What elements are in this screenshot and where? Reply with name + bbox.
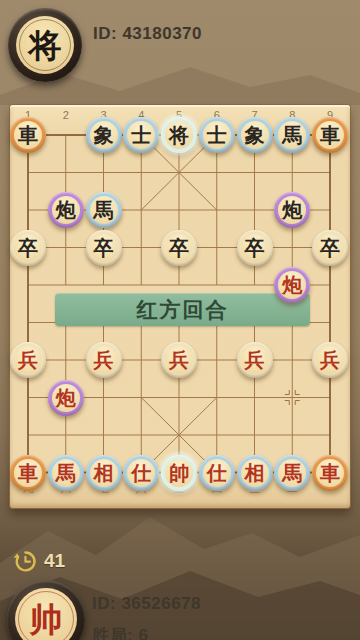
piece-face: 炮 bbox=[52, 196, 80, 224]
piece-face: 兵 bbox=[165, 346, 193, 374]
piece-black-elephant[interactable]: 象 bbox=[86, 117, 122, 153]
piece-red-elephant[interactable]: 相 bbox=[86, 455, 122, 491]
piece-face: 仕 bbox=[203, 459, 231, 487]
piece-face: 炮 bbox=[278, 196, 306, 224]
piece-face: 炮 bbox=[278, 271, 306, 299]
piece-face: 将 bbox=[165, 121, 193, 149]
piece-face: 士 bbox=[203, 121, 231, 149]
piece-black-pawn[interactable]: 卒 bbox=[86, 230, 122, 266]
piece-black-rook[interactable]: 車 bbox=[10, 117, 46, 153]
piece-face: 卒 bbox=[316, 234, 344, 262]
turn-banner: 红方回合 bbox=[55, 293, 310, 326]
piece-red-general[interactable]: 帥 bbox=[161, 455, 197, 491]
piece-face: 士 bbox=[127, 121, 155, 149]
piece-glyph: 馬 bbox=[282, 463, 302, 483]
piece-face: 車 bbox=[14, 459, 42, 487]
piece-black-advisor[interactable]: 士 bbox=[123, 117, 159, 153]
piece-face: 象 bbox=[241, 121, 269, 149]
piece-glyph: 車 bbox=[320, 125, 340, 145]
piece-black-advisor[interactable]: 士 bbox=[199, 117, 235, 153]
piece-red-pawn[interactable]: 兵 bbox=[10, 342, 46, 378]
piece-glyph: 馬 bbox=[282, 125, 302, 145]
piece-glyph: 象 bbox=[245, 125, 265, 145]
player-wins: 胜局: 6 bbox=[92, 624, 148, 640]
piece-glyph: 馬 bbox=[56, 463, 76, 483]
piece-glyph: 兵 bbox=[18, 350, 38, 370]
piece-face: 車 bbox=[14, 121, 42, 149]
piece-glyph: 炮 bbox=[282, 200, 302, 220]
piece-glyph: 卒 bbox=[94, 238, 114, 258]
opponent-avatar[interactable]: 将 bbox=[8, 8, 82, 82]
piece-red-pawn[interactable]: 兵 bbox=[237, 342, 273, 378]
piece-glyph: 卒 bbox=[320, 238, 340, 258]
piece-glyph: 仕 bbox=[207, 463, 227, 483]
piece-face: 相 bbox=[90, 459, 118, 487]
piece-black-elephant[interactable]: 象 bbox=[237, 117, 273, 153]
piece-face: 相 bbox=[241, 459, 269, 487]
piece-face: 馬 bbox=[90, 196, 118, 224]
piece-red-horse[interactable]: 馬 bbox=[274, 455, 310, 491]
piece-face: 兵 bbox=[316, 346, 344, 374]
piece-red-elephant[interactable]: 相 bbox=[237, 455, 273, 491]
piece-glyph: 兵 bbox=[169, 350, 189, 370]
black-general-avatar-icon: 将 bbox=[16, 16, 74, 74]
piece-black-pawn[interactable]: 卒 bbox=[312, 230, 348, 266]
xiangqi-board[interactable]: 123456789 九八七六五四三二一 红方回合 車象士将士象馬車炮馬炮卒卒卒卒… bbox=[10, 105, 350, 508]
piece-face: 馬 bbox=[278, 459, 306, 487]
file-label-top: 2 bbox=[63, 109, 69, 121]
piece-red-rook[interactable]: 車 bbox=[312, 455, 348, 491]
piece-face: 卒 bbox=[90, 234, 118, 262]
game-screen: { "game": "xiangqi", "position": { "fen"… bbox=[0, 0, 360, 640]
piece-glyph: 卒 bbox=[169, 238, 189, 258]
opponent-id: ID: 43180370 bbox=[93, 24, 202, 44]
piece-glyph: 卒 bbox=[18, 238, 38, 258]
piece-face: 炮 bbox=[52, 384, 80, 412]
piece-face: 仕 bbox=[127, 459, 155, 487]
piece-glyph: 兵 bbox=[320, 350, 340, 370]
piece-glyph: 士 bbox=[207, 125, 227, 145]
avatar-glyph: 将 bbox=[29, 29, 62, 62]
piece-red-pawn[interactable]: 兵 bbox=[312, 342, 348, 378]
piece-face: 兵 bbox=[241, 346, 269, 374]
piece-face: 帥 bbox=[165, 459, 193, 487]
piece-red-cannon[interactable]: 炮 bbox=[48, 380, 84, 416]
piece-black-horse[interactable]: 馬 bbox=[86, 192, 122, 228]
piece-black-horse[interactable]: 馬 bbox=[274, 117, 310, 153]
piece-face: 兵 bbox=[14, 346, 42, 374]
piece-glyph: 車 bbox=[18, 463, 38, 483]
piece-face: 馬 bbox=[278, 121, 306, 149]
piece-red-pawn[interactable]: 兵 bbox=[161, 342, 197, 378]
piece-black-pawn[interactable]: 卒 bbox=[10, 230, 46, 266]
piece-face: 卒 bbox=[14, 234, 42, 262]
piece-black-cannon[interactable]: 炮 bbox=[48, 192, 84, 228]
piece-black-pawn[interactable]: 卒 bbox=[237, 230, 273, 266]
piece-glyph: 相 bbox=[245, 463, 265, 483]
avatar-glyph: 帅 bbox=[30, 603, 63, 636]
piece-face: 馬 bbox=[52, 459, 80, 487]
piece-face: 車 bbox=[316, 121, 344, 149]
piece-glyph: 兵 bbox=[94, 350, 114, 370]
piece-red-rook[interactable]: 車 bbox=[10, 455, 46, 491]
piece-glyph: 仕 bbox=[131, 463, 151, 483]
piece-glyph: 将 bbox=[169, 125, 189, 145]
piece-face: 卒 bbox=[165, 234, 193, 262]
piece-red-horse[interactable]: 馬 bbox=[48, 455, 84, 491]
piece-glyph: 兵 bbox=[245, 350, 265, 370]
piece-red-pawn[interactable]: 兵 bbox=[86, 342, 122, 378]
move-timer: 41 bbox=[12, 548, 65, 574]
piece-face: 車 bbox=[316, 459, 344, 487]
piece-glyph: 卒 bbox=[245, 238, 265, 258]
piece-black-cannon[interactable]: 炮 bbox=[274, 192, 310, 228]
piece-glyph: 車 bbox=[18, 125, 38, 145]
piece-face: 象 bbox=[90, 121, 118, 149]
timer-value: 41 bbox=[44, 550, 65, 572]
piece-glyph: 車 bbox=[320, 463, 340, 483]
history-clock-icon bbox=[12, 548, 38, 574]
piece-glyph: 士 bbox=[131, 125, 151, 145]
piece-face: 兵 bbox=[90, 346, 118, 374]
player-id: ID: 36526678 bbox=[92, 594, 201, 614]
piece-face: 卒 bbox=[241, 234, 269, 262]
piece-glyph: 象 bbox=[94, 125, 114, 145]
piece-black-pawn[interactable]: 卒 bbox=[161, 230, 197, 266]
piece-glyph: 炮 bbox=[282, 275, 302, 295]
piece-glyph: 炮 bbox=[56, 200, 76, 220]
piece-glyph: 相 bbox=[94, 463, 114, 483]
piece-black-rook[interactable]: 車 bbox=[312, 117, 348, 153]
piece-black-general[interactable]: 将 bbox=[161, 117, 197, 153]
red-general-avatar-icon: 帅 bbox=[15, 588, 77, 640]
piece-glyph: 馬 bbox=[94, 200, 114, 220]
piece-red-advisor[interactable]: 仕 bbox=[199, 455, 235, 491]
piece-glyph: 帥 bbox=[169, 463, 189, 483]
piece-glyph: 炮 bbox=[56, 388, 76, 408]
piece-red-advisor[interactable]: 仕 bbox=[123, 455, 159, 491]
piece-red-cannon[interactable]: 炮 bbox=[274, 267, 310, 303]
